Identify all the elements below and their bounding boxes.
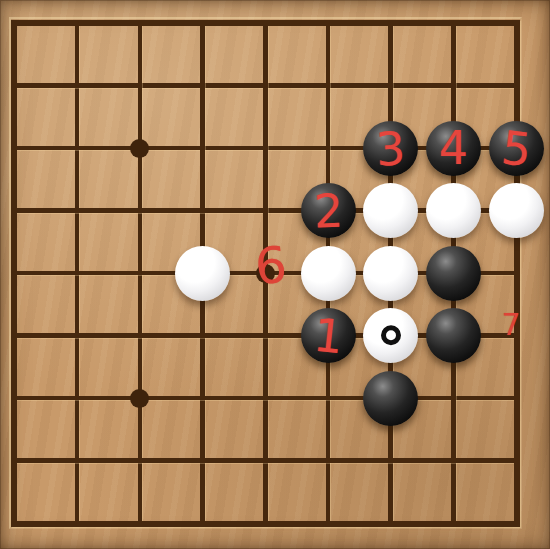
- black-stone: 5: [489, 121, 544, 176]
- black-stone: 2: [301, 183, 356, 238]
- white-stone: [489, 183, 544, 238]
- go-board: 3452167: [0, 0, 550, 549]
- white-stone: [363, 183, 418, 238]
- black-stone: [363, 371, 418, 426]
- move-number-label: 4: [426, 121, 481, 176]
- star-point: [130, 389, 149, 408]
- circle-marker: [381, 325, 401, 345]
- marked-white-stone: [363, 308, 418, 363]
- black-stone: 3: [363, 121, 418, 176]
- black-stone: 4: [426, 121, 481, 176]
- black-stone: [426, 246, 481, 301]
- white-stone: [301, 246, 356, 301]
- white-stone: [175, 246, 230, 301]
- white-stone: [426, 183, 481, 238]
- star-point: [130, 139, 149, 158]
- white-stone: [363, 246, 418, 301]
- black-stone: [426, 308, 481, 363]
- black-stone: 1: [301, 308, 356, 363]
- star-point: [256, 264, 275, 283]
